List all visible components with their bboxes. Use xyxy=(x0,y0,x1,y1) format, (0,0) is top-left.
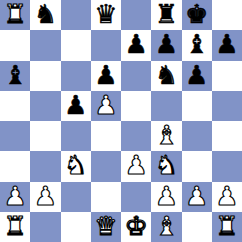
square-a3[interactable] xyxy=(0,151,30,181)
square-c3[interactable]: ♞ xyxy=(61,151,91,181)
square-c4[interactable] xyxy=(61,121,91,151)
piece-black-pawn: ♟ xyxy=(185,62,208,88)
piece-black-king: ♚ xyxy=(185,1,208,27)
piece-white-pawn: ♟ xyxy=(185,183,208,209)
square-d2[interactable] xyxy=(91,182,121,212)
piece-black-pawn: ♟ xyxy=(64,92,87,118)
square-h1[interactable]: ♜ xyxy=(212,212,242,242)
chess-board: ♜♞♛♜♚♟♟♝♟♝♟♞♟♟♟♝♞♟♞♟♟♟♟♟♜♛♚♝♜ xyxy=(0,0,242,242)
piece-white-pawn: ♟ xyxy=(155,183,178,209)
square-b5[interactable] xyxy=(30,91,60,121)
piece-white-rook: ♜ xyxy=(3,213,26,239)
square-a4[interactable] xyxy=(0,121,30,151)
piece-white-pawn: ♟ xyxy=(34,183,57,209)
piece-black-pawn: ♟ xyxy=(155,31,178,57)
piece-black-pawn: ♟ xyxy=(124,31,147,57)
square-g7[interactable]: ♝ xyxy=(182,30,212,60)
piece-white-rook: ♜ xyxy=(3,1,26,27)
square-d5[interactable]: ♟ xyxy=(91,91,121,121)
piece-white-knight: ♞ xyxy=(155,152,178,178)
piece-white-rook: ♜ xyxy=(215,213,238,239)
square-h6[interactable] xyxy=(212,61,242,91)
piece-black-bishop: ♝ xyxy=(3,62,26,88)
piece-white-knight: ♞ xyxy=(64,152,87,178)
square-e7[interactable]: ♟ xyxy=(121,30,151,60)
piece-black-queen: ♛ xyxy=(94,1,117,27)
square-f1[interactable]: ♝ xyxy=(151,212,181,242)
square-e2[interactable] xyxy=(121,182,151,212)
square-g3[interactable] xyxy=(182,151,212,181)
piece-black-pawn: ♟ xyxy=(215,31,238,57)
square-b6[interactable] xyxy=(30,61,60,91)
square-d6[interactable]: ♟ xyxy=(91,61,121,91)
piece-white-bishop: ♝ xyxy=(155,213,178,239)
piece-white-pawn: ♟ xyxy=(94,92,117,118)
square-e8[interactable] xyxy=(121,0,151,30)
square-g4[interactable] xyxy=(182,121,212,151)
piece-black-knight: ♞ xyxy=(155,62,178,88)
square-f4[interactable]: ♝ xyxy=(151,121,181,151)
square-g2[interactable]: ♟ xyxy=(182,182,212,212)
square-c7[interactable] xyxy=(61,30,91,60)
square-h7[interactable]: ♟ xyxy=(212,30,242,60)
square-a5[interactable] xyxy=(0,91,30,121)
square-e5[interactable] xyxy=(121,91,151,121)
square-a7[interactable] xyxy=(0,30,30,60)
square-a2[interactable]: ♟ xyxy=(0,182,30,212)
square-d8[interactable]: ♛ xyxy=(91,0,121,30)
square-c1[interactable] xyxy=(61,212,91,242)
piece-white-pawn: ♟ xyxy=(215,183,238,209)
board-container: ♜♞♛♜♚♟♟♝♟♝♟♞♟♟♟♝♞♟♞♟♟♟♟♟♜♛♚♝♜ xyxy=(0,0,242,242)
square-f8[interactable]: ♜ xyxy=(151,0,181,30)
square-d4[interactable] xyxy=(91,121,121,151)
square-h5[interactable] xyxy=(212,91,242,121)
square-d7[interactable] xyxy=(91,30,121,60)
square-h4[interactable] xyxy=(212,121,242,151)
piece-black-rook: ♜ xyxy=(155,1,178,27)
piece-black-bishop: ♝ xyxy=(185,31,208,57)
piece-black-knight: ♞ xyxy=(34,1,57,27)
square-a8[interactable]: ♜ xyxy=(0,0,30,30)
piece-white-king: ♚ xyxy=(124,213,147,239)
square-g5[interactable] xyxy=(182,91,212,121)
square-b4[interactable] xyxy=(30,121,60,151)
square-d3[interactable] xyxy=(91,151,121,181)
square-b7[interactable] xyxy=(30,30,60,60)
square-f2[interactable]: ♟ xyxy=(151,182,181,212)
square-b3[interactable] xyxy=(30,151,60,181)
square-e1[interactable]: ♚ xyxy=(121,212,151,242)
piece-white-pawn: ♟ xyxy=(124,152,147,178)
square-f3[interactable]: ♞ xyxy=(151,151,181,181)
square-f5[interactable] xyxy=(151,91,181,121)
piece-black-pawn: ♟ xyxy=(94,62,117,88)
square-c6[interactable] xyxy=(61,61,91,91)
square-d1[interactable]: ♛ xyxy=(91,212,121,242)
square-e6[interactable] xyxy=(121,61,151,91)
square-a6[interactable]: ♝ xyxy=(0,61,30,91)
square-f7[interactable]: ♟ xyxy=(151,30,181,60)
piece-white-pawn: ♟ xyxy=(3,183,26,209)
square-b8[interactable]: ♞ xyxy=(30,0,60,30)
square-e4[interactable] xyxy=(121,121,151,151)
piece-white-queen: ♛ xyxy=(94,213,117,239)
square-c5[interactable]: ♟ xyxy=(61,91,91,121)
square-h2[interactable]: ♟ xyxy=(212,182,242,212)
square-h8[interactable] xyxy=(212,0,242,30)
square-b1[interactable] xyxy=(30,212,60,242)
square-e3[interactable]: ♟ xyxy=(121,151,151,181)
square-h3[interactable] xyxy=(212,151,242,181)
square-g1[interactable] xyxy=(182,212,212,242)
square-c2[interactable] xyxy=(61,182,91,212)
square-c8[interactable] xyxy=(61,0,91,30)
square-g8[interactable]: ♚ xyxy=(182,0,212,30)
square-g6[interactable]: ♟ xyxy=(182,61,212,91)
square-f6[interactable]: ♞ xyxy=(151,61,181,91)
square-b2[interactable]: ♟ xyxy=(30,182,60,212)
piece-white-bishop: ♝ xyxy=(155,122,178,148)
square-a1[interactable]: ♜ xyxy=(0,212,30,242)
